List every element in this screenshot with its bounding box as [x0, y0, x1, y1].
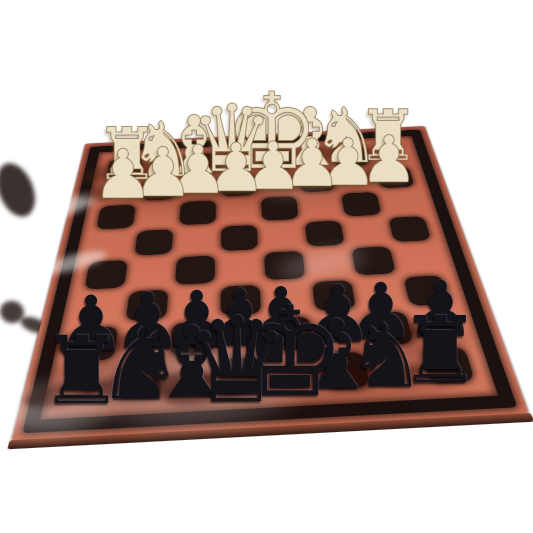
board-square-dark: [84, 260, 127, 289]
board-square-light: [221, 198, 257, 222]
board-square-dark: [421, 346, 475, 384]
board-square-light: [91, 231, 132, 258]
board-square-dark: [261, 196, 298, 220]
board-surface: [12, 126, 529, 441]
board-square-dark: [125, 289, 168, 321]
board-square-dark: [170, 321, 214, 356]
board-square-light: [220, 253, 259, 282]
board-square-dark: [175, 255, 214, 284]
board-square-light: [120, 324, 166, 359]
board-square-light: [295, 148, 330, 169]
board-square-dark: [114, 362, 162, 400]
chess-board: [12, 126, 529, 441]
board-square-dark: [183, 154, 216, 175]
board-square-light: [381, 190, 422, 214]
board-square-dark: [96, 205, 135, 230]
chess-board-photo: ♜♞♝♛♚♝♞♜♟♟♟♟♟♟♟♟♟♟♟♟♟♟♟♟♜♞♝♛♚♝♞♜: [0, 0, 533, 533]
board-square-dark: [363, 311, 412, 345]
board-square-light: [138, 202, 176, 227]
board-square-dark: [264, 251, 305, 280]
board-square-dark: [220, 284, 261, 316]
board-square-light: [301, 194, 339, 218]
board-square-light: [220, 319, 263, 354]
board-square-dark: [403, 275, 451, 306]
board-square-dark: [341, 192, 381, 216]
board-square-light: [357, 277, 403, 308]
board-square-dark: [320, 351, 370, 389]
board-square-light: [130, 258, 171, 287]
board-square-dark: [304, 220, 344, 246]
board-square-dark: [375, 166, 415, 188]
board-square-light: [78, 292, 123, 324]
board-square-light: [346, 218, 388, 244]
board-square-light: [260, 172, 295, 195]
board-square-light: [62, 365, 113, 404]
board-square-dark: [134, 229, 173, 256]
board-square-dark: [221, 225, 258, 251]
board-square-light: [370, 349, 422, 387]
board-square-light: [369, 144, 407, 165]
board-square-dark: [332, 146, 369, 167]
board-square-dark: [351, 246, 395, 275]
board-square-light: [173, 287, 214, 319]
board-square-dark: [70, 326, 118, 361]
board-square-dark: [221, 174, 255, 197]
board-square-dark: [141, 178, 177, 201]
board-square-light: [102, 180, 139, 203]
board-square-light: [181, 176, 216, 199]
board-square-dark: [298, 170, 335, 192]
board-square-dark: [268, 316, 313, 351]
board-square-light: [145, 156, 180, 177]
board-square-light: [177, 227, 215, 254]
board-square-light: [411, 309, 462, 343]
board-square-dark: [106, 157, 142, 178]
board-square-dark: [219, 357, 264, 395]
board-square-light: [221, 152, 254, 173]
board-square-light: [262, 222, 301, 248]
board-square-dark: [388, 216, 431, 242]
shadow-spill: [0, 298, 26, 325]
shadow-spill: [0, 158, 42, 223]
board-square-light: [266, 282, 309, 313]
board-square-light: [337, 168, 375, 190]
board-square-dark: [258, 150, 292, 171]
board-square-light: [395, 244, 441, 272]
board-square-light: [308, 249, 350, 278]
board-square-light: [270, 354, 317, 392]
board-square-light: [167, 359, 213, 397]
board-square-dark: [311, 280, 356, 311]
board-square-dark: [179, 200, 215, 224]
board-square-light: [316, 314, 363, 348]
